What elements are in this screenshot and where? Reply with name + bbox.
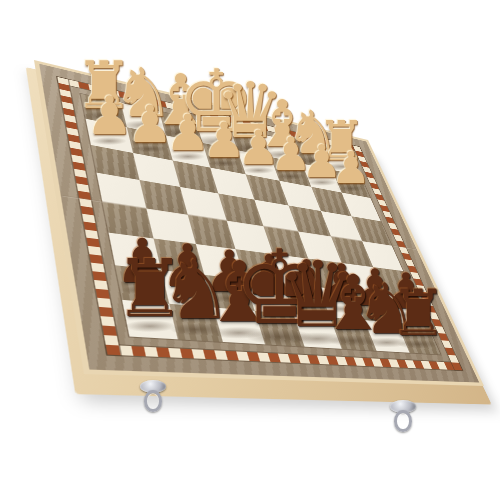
product-photo-stage: ♜♞♝♚♛♝♞♜♟♟♟♟♟♟♟♟♟♟♟♟♟♟♟♟♜♞♝♚♛♝♞♜ [0,0,500,500]
clasp-ring [144,390,162,412]
light-pawn[interactable]: ♟ [331,145,370,189]
clasp-latch-right [388,400,418,436]
dark-rook[interactable]: ♜ [390,282,447,346]
clasp-ring [394,410,412,432]
clasp-latch-left [138,380,168,416]
pieces-layer: ♜♞♝♚♛♝♞♜♟♟♟♟♟♟♟♟♟♟♟♟♟♟♟♟♜♞♝♚♛♝♞♜ [0,0,500,500]
